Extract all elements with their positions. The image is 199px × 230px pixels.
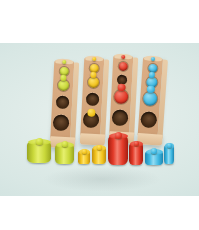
loose-cylinder	[108, 131, 128, 167]
block-4	[137, 57, 169, 147]
loose-cylinder	[164, 141, 174, 166]
cylinder-knob	[115, 132, 122, 139]
knobbed-cylinder-knob	[61, 75, 67, 81]
loose-cylinder	[55, 140, 74, 166]
knobbed-cylinder-knob	[147, 86, 155, 94]
loose-cylinder	[92, 143, 106, 166]
cylinder-knob	[97, 145, 102, 150]
knobbed-cylinder-top	[57, 79, 69, 91]
knobbed-cylinder-top	[87, 76, 99, 88]
knobbed-cylinder-knob	[91, 72, 97, 78]
product-photo	[0, 0, 199, 230]
cylinder-knob	[82, 149, 87, 154]
knobbed-cylinder-knob	[149, 72, 155, 78]
knobbed-cylinder-knob	[118, 84, 126, 92]
block-2	[80, 57, 111, 146]
cylinder-knob	[36, 138, 43, 145]
loose-cylinder	[27, 137, 51, 165]
block-1	[50, 60, 81, 149]
cylinder-knob	[134, 141, 139, 146]
cylinder-knob	[62, 141, 68, 147]
cylinder-body	[108, 135, 128, 165]
cylinder-knob	[151, 148, 157, 154]
loose-cylinder	[129, 139, 143, 167]
photo-background	[0, 43, 199, 196]
knobbed-cylinder-top	[118, 61, 127, 70]
socket-hole	[55, 95, 69, 109]
socket-hole	[85, 92, 99, 106]
cylinder-knob	[167, 143, 172, 148]
